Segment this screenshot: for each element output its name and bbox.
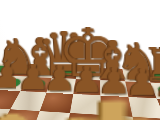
square-d7: ♟	[47, 78, 76, 94]
square-e7: ♟	[73, 79, 100, 95]
felt-base	[1, 78, 23, 88]
square-f6	[101, 96, 133, 117]
square-f7: ♟	[100, 80, 128, 97]
square-e8: ♚	[76, 67, 100, 80]
square-f8: ♝	[100, 68, 125, 82]
felt-base	[52, 80, 71, 91]
square-d6	[40, 93, 74, 113]
felt-base	[78, 82, 96, 93]
felt-base	[26, 79, 47, 89]
felt-base	[150, 72, 160, 81]
felt-base	[33, 67, 51, 75]
square-e6	[70, 94, 101, 115]
felt-base	[156, 85, 160, 96]
felt-base	[57, 68, 74, 77]
felt-base	[130, 84, 151, 95]
square-g6	[128, 97, 160, 119]
square-c7: ♟	[20, 77, 52, 93]
felt-base	[104, 70, 121, 79]
felt-base	[127, 71, 145, 80]
photo-frame: ♜♞♝♛♚♝♞♜♟♟♟♟♟♟♟♟♟♟♟♟♟♟♟♟♜♞♝♛♚♝♞♜	[0, 0, 160, 120]
felt-base	[80, 69, 96, 78]
felt-base	[11, 66, 31, 74]
square-e5	[66, 113, 102, 120]
felt-base	[105, 83, 124, 94]
square-g5	[133, 117, 160, 120]
chess-board: ♜♞♝♛♚♝♞♜♟♟♟♟♟♟♟♟♟♟♟♟♟♟♟♟♜♞♝♛♚♝♞♜	[0, 63, 160, 120]
